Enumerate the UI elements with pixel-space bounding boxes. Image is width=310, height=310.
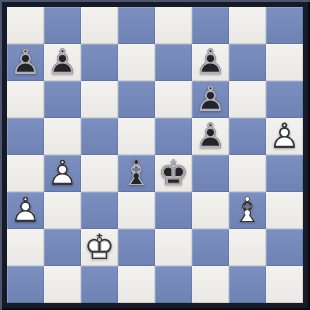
white-king[interactable]: ♚♔: [81, 229, 118, 266]
black-pawn[interactable]: ♟♙: [7, 44, 44, 81]
pawn-glyph-outline: ♙: [192, 118, 229, 155]
square-d8[interactable]: [118, 7, 155, 44]
pawn-glyph-outline: ♙: [44, 155, 81, 192]
bishop-glyph-outline: ♗: [229, 192, 266, 229]
square-f8[interactable]: [192, 7, 229, 44]
square-c1[interactable]: [81, 266, 118, 303]
square-a1[interactable]: [7, 266, 44, 303]
square-f4[interactable]: [192, 155, 229, 192]
white-pawn[interactable]: ♟♙: [266, 118, 303, 155]
square-e3[interactable]: [155, 192, 192, 229]
square-a4[interactable]: [7, 155, 44, 192]
square-b8[interactable]: [44, 7, 81, 44]
square-a6[interactable]: [7, 81, 44, 118]
black-pawn[interactable]: ♟♙: [192, 118, 229, 155]
square-g4[interactable]: [229, 155, 266, 192]
black-pawn[interactable]: ♟♙: [192, 44, 229, 81]
square-h6[interactable]: [266, 81, 303, 118]
white-bishop[interactable]: ♝♗: [229, 192, 266, 229]
pawn-glyph-outline: ♙: [192, 81, 229, 118]
king-glyph-outline: ♔: [81, 229, 118, 266]
square-g1[interactable]: [229, 266, 266, 303]
square-e6[interactable]: [155, 81, 192, 118]
square-e7[interactable]: [155, 44, 192, 81]
square-a7[interactable]: ♟♙: [7, 44, 44, 81]
black-pawn[interactable]: ♟♙: [44, 44, 81, 81]
square-b4[interactable]: ♟♙: [44, 155, 81, 192]
bishop-glyph-outline: ♗: [118, 155, 155, 192]
square-c2[interactable]: ♚♔: [81, 229, 118, 266]
square-f5[interactable]: ♟♙: [192, 118, 229, 155]
square-f7[interactable]: ♟♙: [192, 44, 229, 81]
square-d2[interactable]: [118, 229, 155, 266]
square-h7[interactable]: [266, 44, 303, 81]
black-bishop[interactable]: ♝♗: [118, 155, 155, 192]
black-king[interactable]: ♚♔: [155, 155, 192, 192]
square-e8[interactable]: [155, 7, 192, 44]
square-g5[interactable]: [229, 118, 266, 155]
square-a3[interactable]: ♟♙: [7, 192, 44, 229]
square-c6[interactable]: [81, 81, 118, 118]
square-e1[interactable]: [155, 266, 192, 303]
square-c3[interactable]: [81, 192, 118, 229]
square-b3[interactable]: [44, 192, 81, 229]
square-b5[interactable]: [44, 118, 81, 155]
pawn-glyph-outline: ♙: [266, 118, 303, 155]
square-b6[interactable]: [44, 81, 81, 118]
square-b2[interactable]: [44, 229, 81, 266]
square-f6[interactable]: ♟♙: [192, 81, 229, 118]
square-a5[interactable]: [7, 118, 44, 155]
square-e2[interactable]: [155, 229, 192, 266]
pawn-glyph-outline: ♙: [7, 44, 44, 81]
white-pawn[interactable]: ♟♙: [7, 192, 44, 229]
pawn-glyph-outline: ♙: [44, 44, 81, 81]
square-g2[interactable]: [229, 229, 266, 266]
square-b1[interactable]: [44, 266, 81, 303]
black-pawn[interactable]: ♟♙: [192, 81, 229, 118]
square-c4[interactable]: [81, 155, 118, 192]
chess-board: ♟♙♟♙♟♙♟♙♟♙♟♙♟♙♝♗♚♔♟♙♝♗♚♔: [7, 7, 303, 303]
square-d6[interactable]: [118, 81, 155, 118]
square-d1[interactable]: [118, 266, 155, 303]
white-pawn[interactable]: ♟♙: [44, 155, 81, 192]
square-g3[interactable]: ♝♗: [229, 192, 266, 229]
square-h3[interactable]: [266, 192, 303, 229]
square-g6[interactable]: [229, 81, 266, 118]
square-a2[interactable]: [7, 229, 44, 266]
square-c5[interactable]: [81, 118, 118, 155]
pawn-glyph-outline: ♙: [192, 44, 229, 81]
square-g7[interactable]: [229, 44, 266, 81]
square-d4[interactable]: ♝♗: [118, 155, 155, 192]
square-f3[interactable]: [192, 192, 229, 229]
square-c7[interactable]: [81, 44, 118, 81]
square-f1[interactable]: [192, 266, 229, 303]
square-d7[interactable]: [118, 44, 155, 81]
square-e5[interactable]: [155, 118, 192, 155]
square-h8[interactable]: [266, 7, 303, 44]
square-c8[interactable]: [81, 7, 118, 44]
king-glyph-outline: ♔: [155, 155, 192, 192]
pawn-glyph-outline: ♙: [7, 192, 44, 229]
square-h2[interactable]: [266, 229, 303, 266]
square-d5[interactable]: [118, 118, 155, 155]
square-b7[interactable]: ♟♙: [44, 44, 81, 81]
square-g8[interactable]: [229, 7, 266, 44]
square-h5[interactable]: ♟♙: [266, 118, 303, 155]
square-d3[interactable]: [118, 192, 155, 229]
square-h1[interactable]: [266, 266, 303, 303]
square-e4[interactable]: ♚♔: [155, 155, 192, 192]
square-a8[interactable]: [7, 7, 44, 44]
chess-board-frame: ♟♙♟♙♟♙♟♙♟♙♟♙♟♙♝♗♚♔♟♙♝♗♚♔: [0, 0, 310, 310]
square-h4[interactable]: [266, 155, 303, 192]
square-f2[interactable]: [192, 229, 229, 266]
